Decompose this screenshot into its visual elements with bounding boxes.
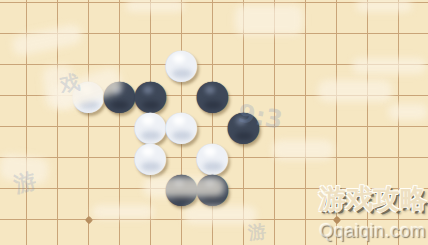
white-stone: ● xyxy=(166,49,197,80)
white-stone: ● xyxy=(166,111,197,142)
watermark-site-url: Qqaiqin.com xyxy=(319,221,426,242)
black-stone: ● xyxy=(197,80,228,111)
smudge-patch xyxy=(0,153,50,185)
smudge-patch xyxy=(143,177,225,197)
smudge-patch xyxy=(92,205,154,219)
smudge-patch xyxy=(352,58,426,74)
black-stone: ● xyxy=(228,111,259,142)
watermark-title: 游戏攻略 xyxy=(319,181,427,217)
smudge-patch xyxy=(235,5,303,35)
smudge-patch xyxy=(356,0,412,12)
white-stone: ● xyxy=(135,142,166,173)
smudge-patch xyxy=(126,0,184,12)
smudge-patch xyxy=(388,104,428,120)
stone-glyph: ● xyxy=(226,110,262,141)
smudge-patch xyxy=(272,140,334,160)
smudge-patch xyxy=(318,80,392,102)
gomoku-screenshot: ●●●●●●●●●●●● 戏9:3游游 游戏攻略 Qqaiqin.com xyxy=(0,0,428,245)
smudge-patch xyxy=(183,206,257,224)
